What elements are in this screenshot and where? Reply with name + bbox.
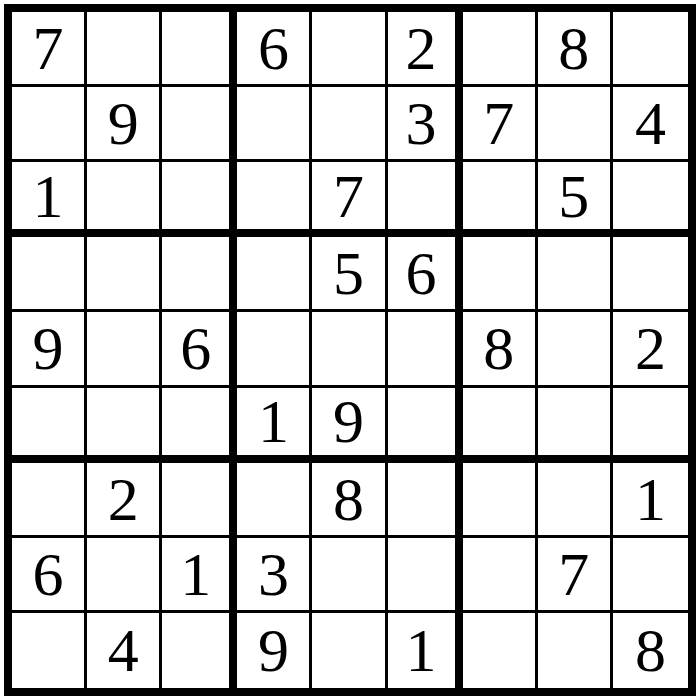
cell-r7c7[interactable] <box>463 463 538 538</box>
cell-r9c1[interactable] <box>12 613 87 688</box>
cell-r2c6: 3 <box>388 87 463 162</box>
page: { "game": "sudoku", "board": { "rows": 9… <box>0 0 700 700</box>
cell-r9c8[interactable] <box>538 613 613 688</box>
cell-r4c9[interactable] <box>613 237 688 312</box>
cell-r2c8[interactable] <box>538 87 613 162</box>
cell-r2c1[interactable] <box>12 87 87 162</box>
cell-r6c1[interactable] <box>12 388 87 463</box>
cell-r5c3: 6 <box>162 312 237 387</box>
cell-r5c7: 8 <box>463 312 538 387</box>
cell-r1c9[interactable] <box>613 12 688 87</box>
cell-r6c3[interactable] <box>162 388 237 463</box>
cell-r8c7[interactable] <box>463 538 538 613</box>
cell-r9c2: 4 <box>87 613 162 688</box>
cell-r9c4: 9 <box>237 613 312 688</box>
cell-r8c8: 7 <box>538 538 613 613</box>
cell-r7c2: 2 <box>87 463 162 538</box>
cell-r2c9: 4 <box>613 87 688 162</box>
cell-r6c7[interactable] <box>463 388 538 463</box>
cell-r8c1: 6 <box>12 538 87 613</box>
cell-r3c2[interactable] <box>87 162 162 237</box>
cell-r5c4[interactable] <box>237 312 312 387</box>
cell-r5c1: 9 <box>12 312 87 387</box>
cell-r4c2[interactable] <box>87 237 162 312</box>
cell-r1c2[interactable] <box>87 12 162 87</box>
cell-r7c5: 8 <box>312 463 387 538</box>
cell-r8c5[interactable] <box>312 538 387 613</box>
cell-r3c4[interactable] <box>237 162 312 237</box>
cell-r9c5[interactable] <box>312 613 387 688</box>
cell-r1c1: 7 <box>12 12 87 87</box>
cell-r4c7[interactable] <box>463 237 538 312</box>
cell-r4c3[interactable] <box>162 237 237 312</box>
cell-r5c8[interactable] <box>538 312 613 387</box>
cell-r2c2: 9 <box>87 87 162 162</box>
cell-r8c9[interactable] <box>613 538 688 613</box>
cell-r2c5[interactable] <box>312 87 387 162</box>
cell-r6c5: 9 <box>312 388 387 463</box>
cell-r7c4[interactable] <box>237 463 312 538</box>
cell-r2c3[interactable] <box>162 87 237 162</box>
cell-r7c8[interactable] <box>538 463 613 538</box>
cell-r9c6: 1 <box>388 613 463 688</box>
cell-r5c2[interactable] <box>87 312 162 387</box>
cell-r5c6[interactable] <box>388 312 463 387</box>
cell-r8c3: 1 <box>162 538 237 613</box>
cell-r3c1: 1 <box>12 162 87 237</box>
cell-r7c9: 1 <box>613 463 688 538</box>
cell-r3c9[interactable] <box>613 162 688 237</box>
cell-r2c7: 7 <box>463 87 538 162</box>
cell-r6c2[interactable] <box>87 388 162 463</box>
cell-r8c4: 3 <box>237 538 312 613</box>
cell-r3c8: 5 <box>538 162 613 237</box>
cell-r5c9: 2 <box>613 312 688 387</box>
cell-r6c6[interactable] <box>388 388 463 463</box>
cell-r4c6: 6 <box>388 237 463 312</box>
cell-r9c3[interactable] <box>162 613 237 688</box>
cell-r2c4[interactable] <box>237 87 312 162</box>
cell-r7c3[interactable] <box>162 463 237 538</box>
cell-r4c8[interactable] <box>538 237 613 312</box>
cell-r1c7[interactable] <box>463 12 538 87</box>
cell-r8c6[interactable] <box>388 538 463 613</box>
cell-r1c5[interactable] <box>312 12 387 87</box>
cell-r8c2[interactable] <box>87 538 162 613</box>
cell-r3c5: 7 <box>312 162 387 237</box>
cell-r7c6[interactable] <box>388 463 463 538</box>
cell-r3c6[interactable] <box>388 162 463 237</box>
cell-r1c6: 2 <box>388 12 463 87</box>
cell-r1c3[interactable] <box>162 12 237 87</box>
cell-r6c9[interactable] <box>613 388 688 463</box>
cell-r4c1[interactable] <box>12 237 87 312</box>
cell-r4c4[interactable] <box>237 237 312 312</box>
cell-r6c8[interactable] <box>538 388 613 463</box>
cell-r3c7[interactable] <box>463 162 538 237</box>
sudoku-board: 762893741755696821928161374918 <box>4 4 696 696</box>
cell-r1c4: 6 <box>237 12 312 87</box>
cell-r5c5[interactable] <box>312 312 387 387</box>
cell-r4c5: 5 <box>312 237 387 312</box>
cell-r6c4: 1 <box>237 388 312 463</box>
cell-r9c7[interactable] <box>463 613 538 688</box>
cell-r3c3[interactable] <box>162 162 237 237</box>
cell-r9c9: 8 <box>613 613 688 688</box>
cell-r1c8: 8 <box>538 12 613 87</box>
cell-r7c1[interactable] <box>12 463 87 538</box>
